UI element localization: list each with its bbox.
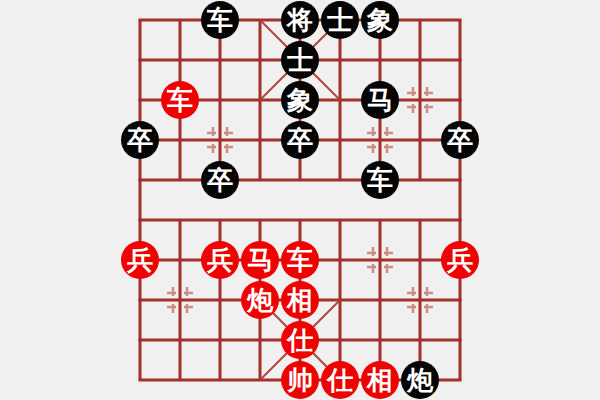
board-point[interactable] [200,360,240,400]
piece-red-advisor[interactable]: 仕 [281,321,319,359]
board-point[interactable] [440,80,480,120]
board-point[interactable] [360,40,400,80]
board-point[interactable] [160,40,200,80]
board-point[interactable] [400,280,440,320]
board-point[interactable] [400,40,440,80]
board-point[interactable] [360,320,400,360]
board-point[interactable] [440,360,480,400]
board-point[interactable]: 兵 [440,240,480,280]
piece-black-soldier[interactable]: 卒 [201,161,239,199]
board-point[interactable] [280,160,320,200]
board-point[interactable]: 卒 [120,120,160,160]
board-point[interactable] [160,320,200,360]
piece-black-soldier[interactable]: 卒 [281,121,319,159]
board-point[interactable] [240,200,280,240]
piece-red-soldier[interactable]: 兵 [441,241,479,279]
piece-black-advisor[interactable]: 士 [321,1,359,39]
board-point[interactable]: 兵 [120,240,160,280]
board-point[interactable] [280,200,320,240]
board-point[interactable] [320,120,360,160]
board-point[interactable]: 车 [360,160,400,200]
piece-red-horse[interactable]: 马 [241,241,279,279]
board-point[interactable] [120,200,160,240]
board-point[interactable] [240,120,280,160]
board-point[interactable] [400,160,440,200]
piece-red-cannon[interactable]: 炮 [241,281,279,319]
board-point[interactable] [200,80,240,120]
board-point[interactable] [360,240,400,280]
board-point[interactable] [320,280,360,320]
board-point[interactable] [400,240,440,280]
board-point[interactable]: 卒 [280,120,320,160]
board-point[interactable] [360,200,400,240]
board-point[interactable]: 帅 [280,360,320,400]
board-point[interactable] [440,280,480,320]
piece-black-cannon[interactable]: 炮 [401,361,439,399]
board-point[interactable] [160,160,200,200]
board-point[interactable] [120,360,160,400]
piece-red-advisor[interactable]: 仕 [321,361,359,399]
piece-red-elephant[interactable]: 相 [361,361,399,399]
xiangqi-board: 车将士象士车象马卒卒卒卒车兵兵马车兵炮相仕帅仕相炮 [0,0,600,400]
piece-black-general[interactable]: 将 [281,1,319,39]
board-point[interactable] [160,200,200,240]
board-point[interactable] [240,0,280,40]
board-point[interactable] [320,320,360,360]
board-point[interactable] [240,360,280,400]
board-point[interactable] [240,160,280,200]
board-point[interactable] [320,160,360,200]
board-point[interactable] [320,80,360,120]
board-point[interactable]: 马 [240,240,280,280]
board-point[interactable] [200,200,240,240]
piece-black-advisor[interactable]: 士 [281,41,319,79]
board-point[interactable] [160,280,200,320]
piece-red-soldier[interactable]: 兵 [121,241,159,279]
board-point[interactable] [320,240,360,280]
board-point[interactable] [160,240,200,280]
board-point[interactable] [200,120,240,160]
board-point[interactable] [440,320,480,360]
board-point[interactable]: 卒 [440,120,480,160]
board-point[interactable]: 兵 [200,240,240,280]
board-point[interactable] [360,120,400,160]
board-point[interactable] [160,0,200,40]
board-point[interactable] [160,120,200,160]
board-point[interactable] [120,80,160,120]
piece-red-elephant[interactable]: 相 [281,281,319,319]
board-point[interactable] [240,320,280,360]
board-point[interactable] [440,160,480,200]
piece-black-soldier[interactable]: 卒 [441,121,479,159]
board-point[interactable]: 相 [360,360,400,400]
board-point[interactable]: 炮 [400,360,440,400]
board-point[interactable]: 炮 [240,280,280,320]
board-point[interactable] [360,280,400,320]
board-point[interactable]: 仕 [320,360,360,400]
piece-red-soldier[interactable]: 兵 [201,241,239,279]
board-points: 车将士象士车象马卒卒卒卒车兵兵马车兵炮相仕帅仕相炮 [120,0,480,400]
piece-red-chariot[interactable]: 车 [281,241,319,279]
piece-black-soldier[interactable]: 卒 [121,121,159,159]
board-point[interactable] [200,320,240,360]
board-point[interactable] [160,360,200,400]
board-point[interactable]: 马 [360,80,400,120]
board-point[interactable] [240,40,280,80]
board-point[interactable] [200,280,240,320]
piece-black-chariot[interactable]: 车 [201,1,239,39]
board-point[interactable] [440,40,480,80]
board-point[interactable]: 车 [280,240,320,280]
piece-black-chariot[interactable]: 车 [361,161,399,199]
board-point[interactable] [440,0,480,40]
board-point[interactable] [400,320,440,360]
board-point[interactable] [400,0,440,40]
board-point[interactable] [440,200,480,240]
board-point[interactable] [120,320,160,360]
piece-red-general[interactable]: 帅 [281,361,319,399]
board-point[interactable] [400,120,440,160]
board-point[interactable] [120,40,160,80]
board-point[interactable]: 象 [280,80,320,120]
board-point[interactable] [320,200,360,240]
board-point[interactable] [320,40,360,80]
piece-black-elephant[interactable]: 象 [361,1,399,39]
board-point[interactable] [120,0,160,40]
board-point[interactable]: 相 [280,280,320,320]
board-point[interactable]: 士 [320,0,360,40]
board-point[interactable] [120,160,160,200]
board-point[interactable] [400,80,440,120]
piece-black-horse[interactable]: 马 [361,81,399,119]
board-point[interactable] [400,200,440,240]
board-point[interactable] [240,80,280,120]
board-point[interactable]: 卒 [200,160,240,200]
board-point[interactable]: 将 [280,0,320,40]
board-point[interactable]: 仕 [280,320,320,360]
board-point[interactable]: 士 [280,40,320,80]
board-point[interactable] [120,280,160,320]
board-point[interactable]: 车 [160,80,200,120]
piece-black-elephant[interactable]: 象 [281,81,319,119]
board-point[interactable] [200,40,240,80]
piece-red-chariot[interactable]: 车 [161,81,199,119]
board-point[interactable]: 车 [200,0,240,40]
board-point[interactable]: 象 [360,0,400,40]
